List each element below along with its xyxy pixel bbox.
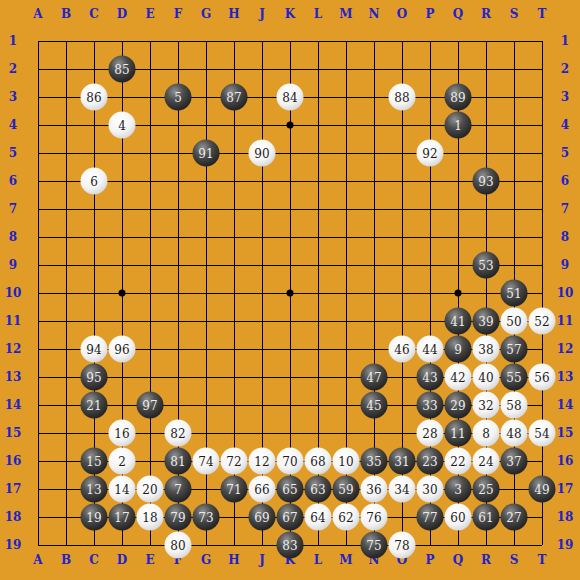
board-point-O2[interactable] [388, 55, 416, 83]
board-point-S12[interactable]: 57 [500, 335, 528, 363]
board-point-F1[interactable] [164, 27, 192, 55]
board-point-O11[interactable] [388, 307, 416, 335]
board-point-F3[interactable]: 5 [164, 83, 192, 111]
board-point-S5[interactable] [500, 139, 528, 167]
board-point-A9[interactable] [24, 251, 52, 279]
board-point-S15[interactable]: 48 [500, 419, 528, 447]
go-stone-white-18[interactable]: 18 [137, 504, 164, 531]
board-point-Q18[interactable]: 60 [444, 503, 472, 531]
go-stone-white-70[interactable]: 70 [277, 448, 304, 475]
board-point-D10[interactable] [108, 279, 136, 307]
board-point-N10[interactable] [360, 279, 388, 307]
board-point-Q7[interactable] [444, 195, 472, 223]
board-point-E14[interactable]: 97 [136, 391, 164, 419]
go-stone-black-51[interactable]: 51 [501, 280, 528, 307]
go-stone-white-60[interactable]: 60 [445, 504, 472, 531]
board-point-B6[interactable] [52, 167, 80, 195]
board-point-G12[interactable] [192, 335, 220, 363]
board-point-Q16[interactable]: 22 [444, 447, 472, 475]
board-point-R5[interactable] [472, 139, 500, 167]
board-point-P1[interactable] [416, 27, 444, 55]
board-point-O13[interactable] [388, 363, 416, 391]
board-point-O18[interactable] [388, 503, 416, 531]
board-point-M16[interactable]: 10 [332, 447, 360, 475]
board-point-L1[interactable] [304, 27, 332, 55]
board-point-P12[interactable]: 44 [416, 335, 444, 363]
board-point-K6[interactable] [276, 167, 304, 195]
board-point-D12[interactable]: 96 [108, 335, 136, 363]
board-point-A14[interactable] [24, 391, 52, 419]
board-point-H19[interactable] [220, 531, 248, 559]
board-point-T14[interactable] [528, 391, 556, 419]
board-point-G6[interactable] [192, 167, 220, 195]
board-point-T15[interactable]: 54 [528, 419, 556, 447]
board-point-R18[interactable]: 61 [472, 503, 500, 531]
board-point-A18[interactable] [24, 503, 52, 531]
go-stone-black-87[interactable]: 87 [221, 84, 248, 111]
board-point-J7[interactable] [248, 195, 276, 223]
board-point-S16[interactable]: 37 [500, 447, 528, 475]
board-point-P3[interactable] [416, 83, 444, 111]
board-point-M1[interactable] [332, 27, 360, 55]
board-point-N16[interactable]: 35 [360, 447, 388, 475]
board-point-E5[interactable] [136, 139, 164, 167]
go-stone-black-21[interactable]: 21 [81, 392, 108, 419]
board-point-F11[interactable] [164, 307, 192, 335]
board-point-F12[interactable] [164, 335, 192, 363]
board-point-R11[interactable]: 39 [472, 307, 500, 335]
board-point-P6[interactable] [416, 167, 444, 195]
board-point-L16[interactable]: 68 [304, 447, 332, 475]
board-point-J6[interactable] [248, 167, 276, 195]
board-point-S10[interactable]: 51 [500, 279, 528, 307]
go-stone-black-81[interactable]: 81 [165, 448, 192, 475]
board-point-L13[interactable] [304, 363, 332, 391]
board-point-L6[interactable] [304, 167, 332, 195]
go-stone-black-23[interactable]: 23 [417, 448, 444, 475]
board-point-J11[interactable] [248, 307, 276, 335]
board-point-P2[interactable] [416, 55, 444, 83]
board-point-F6[interactable] [164, 167, 192, 195]
board-point-N7[interactable] [360, 195, 388, 223]
board-point-A6[interactable] [24, 167, 52, 195]
board-point-K19[interactable]: 83 [276, 531, 304, 559]
board-point-C3[interactable]: 86 [80, 83, 108, 111]
board-point-F18[interactable]: 79 [164, 503, 192, 531]
board-point-L9[interactable] [304, 251, 332, 279]
go-stone-white-24[interactable]: 24 [473, 448, 500, 475]
board-point-J16[interactable]: 12 [248, 447, 276, 475]
board-point-P14[interactable]: 33 [416, 391, 444, 419]
go-stone-white-84[interactable]: 84 [277, 84, 304, 111]
board-point-P8[interactable] [416, 223, 444, 251]
board-point-F8[interactable] [164, 223, 192, 251]
board-point-S1[interactable] [500, 27, 528, 55]
go-stone-black-5[interactable]: 5 [165, 84, 192, 111]
board-point-J9[interactable] [248, 251, 276, 279]
board-point-F17[interactable]: 7 [164, 475, 192, 503]
go-stone-white-82[interactable]: 82 [165, 420, 192, 447]
board-point-J14[interactable] [248, 391, 276, 419]
board-point-Q8[interactable] [444, 223, 472, 251]
board-point-O5[interactable] [388, 139, 416, 167]
board-point-K14[interactable] [276, 391, 304, 419]
go-stone-black-61[interactable]: 61 [473, 504, 500, 531]
board-point-N12[interactable] [360, 335, 388, 363]
board-point-K3[interactable]: 84 [276, 83, 304, 111]
go-stone-white-76[interactable]: 76 [361, 504, 388, 531]
board-point-E11[interactable] [136, 307, 164, 335]
board-point-G9[interactable] [192, 251, 220, 279]
board-point-A4[interactable] [24, 111, 52, 139]
board-point-G14[interactable] [192, 391, 220, 419]
board-point-B11[interactable] [52, 307, 80, 335]
board-point-H13[interactable] [220, 363, 248, 391]
board-point-R12[interactable]: 38 [472, 335, 500, 363]
board-point-M14[interactable] [332, 391, 360, 419]
board-point-F10[interactable] [164, 279, 192, 307]
board-point-K2[interactable] [276, 55, 304, 83]
board-point-T1[interactable] [528, 27, 556, 55]
go-stone-white-62[interactable]: 62 [333, 504, 360, 531]
go-stone-black-65[interactable]: 65 [277, 476, 304, 503]
board-point-E12[interactable] [136, 335, 164, 363]
board-point-O6[interactable] [388, 167, 416, 195]
board-point-J1[interactable] [248, 27, 276, 55]
board-point-E8[interactable] [136, 223, 164, 251]
go-stone-black-91[interactable]: 91 [193, 140, 220, 167]
board-point-R17[interactable]: 25 [472, 475, 500, 503]
board-point-K13[interactable] [276, 363, 304, 391]
board-point-A12[interactable] [24, 335, 52, 363]
board-point-F5[interactable] [164, 139, 192, 167]
board-point-S14[interactable]: 58 [500, 391, 528, 419]
go-stone-black-67[interactable]: 67 [277, 504, 304, 531]
board-point-M3[interactable] [332, 83, 360, 111]
board-point-T16[interactable] [528, 447, 556, 475]
board-point-R9[interactable]: 53 [472, 251, 500, 279]
board-point-Q11[interactable]: 41 [444, 307, 472, 335]
go-stone-black-85[interactable]: 85 [109, 56, 136, 83]
board-point-K15[interactable] [276, 419, 304, 447]
board-point-L11[interactable] [304, 307, 332, 335]
board-point-S17[interactable] [500, 475, 528, 503]
board-point-N2[interactable] [360, 55, 388, 83]
board-point-P18[interactable]: 77 [416, 503, 444, 531]
board-point-T5[interactable] [528, 139, 556, 167]
board-point-O17[interactable]: 34 [388, 475, 416, 503]
go-stone-white-58[interactable]: 58 [501, 392, 528, 419]
go-stone-white-30[interactable]: 30 [417, 476, 444, 503]
board-point-Q6[interactable] [444, 167, 472, 195]
board-point-Q14[interactable]: 29 [444, 391, 472, 419]
board-point-M13[interactable] [332, 363, 360, 391]
board-point-R19[interactable] [472, 531, 500, 559]
board-point-M18[interactable]: 62 [332, 503, 360, 531]
board-point-P19[interactable] [416, 531, 444, 559]
board-point-G13[interactable] [192, 363, 220, 391]
board-point-C6[interactable]: 6 [80, 167, 108, 195]
board-point-K18[interactable]: 67 [276, 503, 304, 531]
board-point-R1[interactable] [472, 27, 500, 55]
board-point-K10[interactable] [276, 279, 304, 307]
board-point-F19[interactable]: 80 [164, 531, 192, 559]
board-point-D15[interactable]: 16 [108, 419, 136, 447]
board-point-G10[interactable] [192, 279, 220, 307]
go-stone-white-8[interactable]: 8 [473, 420, 500, 447]
board-point-R10[interactable] [472, 279, 500, 307]
board-point-N5[interactable] [360, 139, 388, 167]
board-point-D14[interactable] [108, 391, 136, 419]
board-point-S2[interactable] [500, 55, 528, 83]
board-point-T3[interactable] [528, 83, 556, 111]
board-point-M17[interactable]: 59 [332, 475, 360, 503]
go-stone-white-90[interactable]: 90 [249, 140, 276, 167]
go-stone-black-25[interactable]: 25 [473, 476, 500, 503]
board-point-G8[interactable] [192, 223, 220, 251]
go-stone-black-59[interactable]: 59 [333, 476, 360, 503]
board-point-L14[interactable] [304, 391, 332, 419]
board-point-F4[interactable] [164, 111, 192, 139]
go-stone-white-64[interactable]: 64 [305, 504, 332, 531]
board-point-L15[interactable] [304, 419, 332, 447]
go-stone-black-57[interactable]: 57 [501, 336, 528, 363]
board-point-K8[interactable] [276, 223, 304, 251]
board-point-L18[interactable]: 64 [304, 503, 332, 531]
board-point-P17[interactable]: 30 [416, 475, 444, 503]
board-point-G18[interactable]: 73 [192, 503, 220, 531]
go-stone-white-36[interactable]: 36 [361, 476, 388, 503]
board-point-C10[interactable] [80, 279, 108, 307]
go-stone-black-55[interactable]: 55 [501, 364, 528, 391]
board-point-E9[interactable] [136, 251, 164, 279]
go-stone-white-10[interactable]: 10 [333, 448, 360, 475]
board-point-S9[interactable] [500, 251, 528, 279]
board-point-O1[interactable] [388, 27, 416, 55]
board-point-C19[interactable] [80, 531, 108, 559]
board-point-L5[interactable] [304, 139, 332, 167]
board-point-H6[interactable] [220, 167, 248, 195]
board-point-H5[interactable] [220, 139, 248, 167]
board-point-N18[interactable]: 76 [360, 503, 388, 531]
go-stone-white-72[interactable]: 72 [221, 448, 248, 475]
board-point-G16[interactable]: 74 [192, 447, 220, 475]
board-point-S6[interactable] [500, 167, 528, 195]
board-point-H12[interactable] [220, 335, 248, 363]
board-point-B15[interactable] [52, 419, 80, 447]
board-point-C15[interactable] [80, 419, 108, 447]
board-point-O15[interactable] [388, 419, 416, 447]
board-point-R15[interactable]: 8 [472, 419, 500, 447]
board-point-J4[interactable] [248, 111, 276, 139]
board-point-L7[interactable] [304, 195, 332, 223]
board-point-J19[interactable] [248, 531, 276, 559]
go-stone-white-48[interactable]: 48 [501, 420, 528, 447]
go-stone-white-88[interactable]: 88 [389, 84, 416, 111]
go-stone-black-73[interactable]: 73 [193, 504, 220, 531]
board-point-O7[interactable] [388, 195, 416, 223]
go-stone-white-22[interactable]: 22 [445, 448, 472, 475]
board-point-S4[interactable] [500, 111, 528, 139]
board-point-P5[interactable]: 92 [416, 139, 444, 167]
board-point-F2[interactable] [164, 55, 192, 83]
board-point-S11[interactable]: 50 [500, 307, 528, 335]
board-point-B17[interactable] [52, 475, 80, 503]
board-point-H10[interactable] [220, 279, 248, 307]
board-point-N1[interactable] [360, 27, 388, 55]
go-stone-white-52[interactable]: 52 [529, 308, 556, 335]
go-stone-black-97[interactable]: 97 [137, 392, 164, 419]
board-point-Q19[interactable] [444, 531, 472, 559]
go-stone-black-35[interactable]: 35 [361, 448, 388, 475]
board-point-M6[interactable] [332, 167, 360, 195]
board-point-H7[interactable] [220, 195, 248, 223]
board-point-R4[interactable] [472, 111, 500, 139]
board-point-T2[interactable] [528, 55, 556, 83]
go-stone-white-42[interactable]: 42 [445, 364, 472, 391]
go-stone-black-43[interactable]: 43 [417, 364, 444, 391]
board-point-L2[interactable] [304, 55, 332, 83]
board-point-D16[interactable]: 2 [108, 447, 136, 475]
go-stone-black-19[interactable]: 19 [81, 504, 108, 531]
board-point-C18[interactable]: 19 [80, 503, 108, 531]
board-point-B1[interactable] [52, 27, 80, 55]
board-point-D3[interactable] [108, 83, 136, 111]
board-point-L12[interactable] [304, 335, 332, 363]
board-point-R8[interactable] [472, 223, 500, 251]
board-point-J2[interactable] [248, 55, 276, 83]
go-stone-white-92[interactable]: 92 [417, 140, 444, 167]
go-stone-white-78[interactable]: 78 [389, 532, 416, 559]
board-point-N9[interactable] [360, 251, 388, 279]
board-point-G3[interactable] [192, 83, 220, 111]
go-stone-white-44[interactable]: 44 [417, 336, 444, 363]
go-stone-black-37[interactable]: 37 [501, 448, 528, 475]
go-stone-white-50[interactable]: 50 [501, 308, 528, 335]
board-point-S7[interactable] [500, 195, 528, 223]
go-stone-black-3[interactable]: 3 [445, 476, 472, 503]
board-point-H14[interactable] [220, 391, 248, 419]
board-point-D8[interactable] [108, 223, 136, 251]
board-point-D2[interactable]: 85 [108, 55, 136, 83]
board-point-N6[interactable] [360, 167, 388, 195]
board-point-O4[interactable] [388, 111, 416, 139]
go-stone-white-28[interactable]: 28 [417, 420, 444, 447]
board-point-N15[interactable] [360, 419, 388, 447]
go-stone-white-6[interactable]: 6 [81, 168, 108, 195]
board-point-J17[interactable]: 66 [248, 475, 276, 503]
board-point-D6[interactable] [108, 167, 136, 195]
board-point-J12[interactable] [248, 335, 276, 363]
board-point-S13[interactable]: 55 [500, 363, 528, 391]
board-point-D18[interactable]: 17 [108, 503, 136, 531]
board-point-E18[interactable]: 18 [136, 503, 164, 531]
board-point-N14[interactable]: 45 [360, 391, 388, 419]
board-point-B16[interactable] [52, 447, 80, 475]
board-point-B14[interactable] [52, 391, 80, 419]
board-point-P11[interactable] [416, 307, 444, 335]
go-stone-white-80[interactable]: 80 [165, 532, 192, 559]
board-point-D13[interactable] [108, 363, 136, 391]
board-point-K4[interactable] [276, 111, 304, 139]
board-point-C13[interactable]: 95 [80, 363, 108, 391]
board-point-B3[interactable] [52, 83, 80, 111]
board-point-P15[interactable]: 28 [416, 419, 444, 447]
board-point-O10[interactable] [388, 279, 416, 307]
board-point-C2[interactable] [80, 55, 108, 83]
board-point-A10[interactable] [24, 279, 52, 307]
board-point-Q13[interactable]: 42 [444, 363, 472, 391]
go-stone-white-56[interactable]: 56 [529, 364, 556, 391]
go-stone-black-49[interactable]: 49 [529, 476, 556, 503]
board-point-E2[interactable] [136, 55, 164, 83]
board-point-K11[interactable] [276, 307, 304, 335]
board-point-F16[interactable]: 81 [164, 447, 192, 475]
board-point-O19[interactable]: 78 [388, 531, 416, 559]
board-point-R3[interactable] [472, 83, 500, 111]
board-point-Q10[interactable] [444, 279, 472, 307]
board-point-N3[interactable] [360, 83, 388, 111]
board-point-T4[interactable] [528, 111, 556, 139]
board-point-T19[interactable] [528, 531, 556, 559]
board-point-D5[interactable] [108, 139, 136, 167]
go-stone-black-95[interactable]: 95 [81, 364, 108, 391]
go-stone-white-46[interactable]: 46 [389, 336, 416, 363]
board-point-A16[interactable] [24, 447, 52, 475]
board-point-R2[interactable] [472, 55, 500, 83]
board-point-A17[interactable] [24, 475, 52, 503]
board-point-T9[interactable] [528, 251, 556, 279]
board-point-A15[interactable] [24, 419, 52, 447]
go-stone-white-68[interactable]: 68 [305, 448, 332, 475]
board-point-D4[interactable]: 4 [108, 111, 136, 139]
board-point-D17[interactable]: 14 [108, 475, 136, 503]
board-point-P13[interactable]: 43 [416, 363, 444, 391]
go-stone-black-77[interactable]: 77 [417, 504, 444, 531]
board-point-L19[interactable] [304, 531, 332, 559]
board-point-T13[interactable]: 56 [528, 363, 556, 391]
board-point-E19[interactable] [136, 531, 164, 559]
go-stone-black-63[interactable]: 63 [305, 476, 332, 503]
board-point-E15[interactable] [136, 419, 164, 447]
board-point-Q15[interactable]: 11 [444, 419, 472, 447]
board-point-T7[interactable] [528, 195, 556, 223]
board-point-C5[interactable] [80, 139, 108, 167]
board-point-P10[interactable] [416, 279, 444, 307]
board-point-M19[interactable] [332, 531, 360, 559]
board-point-C17[interactable]: 13 [80, 475, 108, 503]
board-point-A11[interactable] [24, 307, 52, 335]
go-stone-black-41[interactable]: 41 [445, 308, 472, 335]
board-point-P9[interactable] [416, 251, 444, 279]
go-stone-white-96[interactable]: 96 [109, 336, 136, 363]
go-stone-black-79[interactable]: 79 [165, 504, 192, 531]
go-stone-black-29[interactable]: 29 [445, 392, 472, 419]
board-point-G11[interactable] [192, 307, 220, 335]
go-stone-white-40[interactable]: 40 [473, 364, 500, 391]
board-point-H3[interactable]: 87 [220, 83, 248, 111]
board-point-K16[interactable]: 70 [276, 447, 304, 475]
board-point-K7[interactable] [276, 195, 304, 223]
board-point-K9[interactable] [276, 251, 304, 279]
go-stone-white-20[interactable]: 20 [137, 476, 164, 503]
board-point-L8[interactable] [304, 223, 332, 251]
board-point-G2[interactable] [192, 55, 220, 83]
board-point-H16[interactable]: 72 [220, 447, 248, 475]
go-stone-black-53[interactable]: 53 [473, 252, 500, 279]
board-point-A1[interactable] [24, 27, 52, 55]
board-point-F13[interactable] [164, 363, 192, 391]
